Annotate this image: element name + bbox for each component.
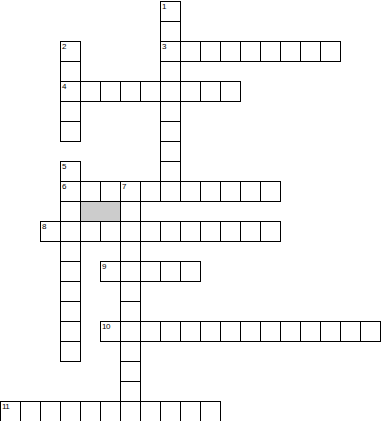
cell-r8-c8[interactable] — [160, 161, 181, 182]
cell-r3-c8[interactable] — [160, 61, 181, 82]
cell-r16-c14[interactable] — [280, 321, 301, 342]
cell-r9-c13[interactable] — [260, 181, 281, 202]
cell-r4-c4[interactable] — [80, 81, 101, 102]
cell-r4-c3[interactable]: 4 — [60, 81, 81, 102]
cell-r16-c13[interactable] — [260, 321, 281, 342]
cell-r16-c10[interactable] — [200, 321, 221, 342]
crossword-board: 1234567891011 — [0, 0, 381, 421]
cell-r11-c13[interactable] — [260, 221, 281, 242]
cell-r11-c3[interactable] — [60, 221, 81, 242]
cell-r2-c10[interactable] — [200, 41, 221, 62]
cell-r15-c3[interactable] — [60, 301, 81, 322]
cell-r2-c9[interactable] — [180, 41, 201, 62]
cell-r13-c6[interactable] — [120, 261, 141, 282]
cell-r13-c8[interactable] — [160, 261, 181, 282]
cell-r13-c3[interactable] — [60, 261, 81, 282]
cell-r20-c9[interactable] — [180, 401, 201, 421]
cell-r9-c9[interactable] — [180, 181, 201, 202]
cell-r2-c12[interactable] — [240, 41, 261, 62]
cell-r2-c14[interactable] — [280, 41, 301, 62]
cell-r13-c7[interactable] — [140, 261, 161, 282]
cell-r10-c6[interactable] — [120, 201, 141, 222]
cell-r16-c9[interactable] — [180, 321, 201, 342]
cell-r16-c3[interactable] — [60, 321, 81, 342]
clue-number-3: 3 — [162, 42, 166, 51]
cell-r20-c6[interactable] — [120, 401, 141, 421]
cell-r12-c3[interactable] — [60, 241, 81, 262]
cell-r9-c3[interactable]: 6 — [60, 181, 81, 202]
cell-r16-c17[interactable] — [340, 321, 361, 342]
cell-r15-c6[interactable] — [120, 301, 141, 322]
cell-r11-c2[interactable]: 8 — [40, 221, 61, 242]
clue-number-9: 9 — [102, 262, 106, 271]
cell-r2-c15[interactable] — [300, 41, 321, 62]
cell-r13-c9[interactable] — [180, 261, 201, 282]
cell-r2-c16[interactable] — [320, 41, 341, 62]
clue-number-5: 5 — [62, 162, 66, 171]
cell-r6-c3[interactable] — [60, 121, 81, 142]
cell-r3-c3[interactable] — [60, 61, 81, 82]
clue-number-8: 8 — [42, 222, 46, 231]
cell-r17-c3[interactable] — [60, 341, 81, 362]
cell-r2-c8[interactable]: 3 — [160, 41, 181, 62]
cell-r11-c12[interactable] — [240, 221, 261, 242]
clue-number-6: 6 — [62, 182, 66, 191]
cell-r20-c3[interactable] — [60, 401, 81, 421]
cell-r4-c11[interactable] — [220, 81, 241, 102]
cell-r16-c11[interactable] — [220, 321, 241, 342]
cell-r9-c5[interactable] — [100, 181, 121, 202]
cell-r2-c13[interactable] — [260, 41, 281, 62]
cell-r20-c10[interactable] — [200, 401, 221, 421]
cell-r9-c6[interactable]: 7 — [120, 181, 141, 202]
cell-r9-c4[interactable] — [80, 181, 101, 202]
cell-r11-c8[interactable] — [160, 221, 181, 242]
clue-number-11: 11 — [2, 402, 9, 411]
cell-r16-c18[interactable] — [360, 321, 381, 342]
cell-r16-c15[interactable] — [300, 321, 321, 342]
cell-r11-c11[interactable] — [220, 221, 241, 242]
cell-r11-c5[interactable] — [100, 221, 121, 242]
cell-r16-c8[interactable] — [160, 321, 181, 342]
cell-r20-c5[interactable] — [100, 401, 121, 421]
cell-r17-c6[interactable] — [120, 341, 141, 362]
cell-r4-c7[interactable] — [140, 81, 161, 102]
cell-r16-c6[interactable] — [120, 321, 141, 342]
cell-r20-c1[interactable] — [20, 401, 41, 421]
cell-r19-c6[interactable] — [120, 381, 141, 402]
cell-r13-c5[interactable]: 9 — [100, 261, 121, 282]
cell-r8-c3[interactable]: 5 — [60, 161, 81, 182]
cell-r5-c8[interactable] — [160, 101, 181, 122]
cell-r14-c3[interactable] — [60, 281, 81, 302]
cell-r11-c4[interactable] — [80, 221, 101, 242]
cell-r7-c8[interactable] — [160, 141, 181, 162]
cell-r20-c4[interactable] — [80, 401, 101, 421]
cell-r9-c10[interactable] — [200, 181, 221, 202]
cell-r11-c10[interactable] — [200, 221, 221, 242]
cell-r20-c2[interactable] — [40, 401, 61, 421]
clue-number-2: 2 — [62, 42, 66, 51]
clue-number-1: 1 — [162, 2, 166, 11]
cell-r11-c6[interactable] — [120, 221, 141, 242]
clue-number-4: 4 — [62, 82, 66, 91]
cell-r2-c11[interactable] — [220, 41, 241, 62]
cell-r11-c7[interactable] — [140, 221, 161, 242]
cell-r14-c6[interactable] — [120, 281, 141, 302]
cell-r20-c8[interactable] — [160, 401, 181, 421]
cell-r9-c7[interactable] — [140, 181, 161, 202]
cell-r6-c8[interactable] — [160, 121, 181, 142]
cell-r4-c8[interactable] — [160, 81, 181, 102]
cell-r1-c8[interactable] — [160, 21, 181, 42]
cell-r20-c7[interactable] — [140, 401, 161, 421]
cell-r16-c5[interactable]: 10 — [100, 321, 121, 342]
cell-r11-c9[interactable] — [180, 221, 201, 242]
cell-r4-c6[interactable] — [120, 81, 141, 102]
clue-number-7: 7 — [122, 182, 126, 191]
cell-r9-c12[interactable] — [240, 181, 261, 202]
cell-r20-c0[interactable]: 11 — [0, 401, 21, 421]
clue-number-10: 10 — [102, 322, 110, 331]
cell-r2-c3[interactable]: 2 — [60, 41, 81, 62]
cell-r16-c16[interactable] — [320, 321, 341, 342]
cell-r9-c8[interactable] — [160, 181, 181, 202]
cell-r16-c7[interactable] — [140, 321, 161, 342]
cell-r16-c12[interactable] — [240, 321, 261, 342]
cell-r4-c9[interactable] — [180, 81, 201, 102]
cell-r10-c3[interactable] — [60, 201, 81, 222]
cell-r18-c6[interactable] — [120, 361, 141, 382]
cell-r4-c5[interactable] — [100, 81, 121, 102]
cell-r0-c8[interactable]: 1 — [160, 1, 181, 22]
cell-r5-c3[interactable] — [60, 101, 81, 122]
cell-r9-c11[interactable] — [220, 181, 241, 202]
cell-r12-c6[interactable] — [120, 241, 141, 262]
shaded-block — [80, 201, 121, 222]
cell-r4-c10[interactable] — [200, 81, 221, 102]
